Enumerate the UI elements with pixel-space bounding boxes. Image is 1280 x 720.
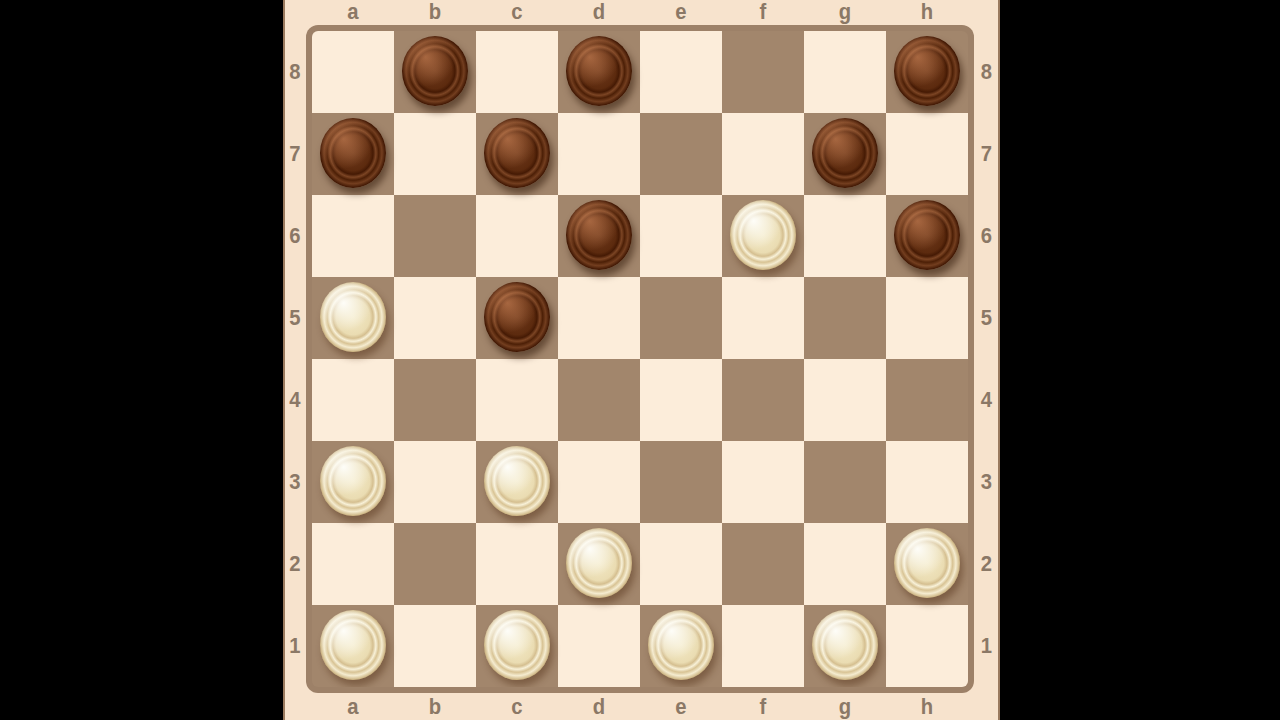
square-h5[interactable] <box>886 277 968 359</box>
square-a4[interactable] <box>312 359 394 441</box>
square-d8[interactable] <box>558 31 640 113</box>
checker-light-man[interactable] <box>320 610 386 680</box>
square-c7[interactable] <box>476 113 558 195</box>
checker-dark-man[interactable] <box>566 36 632 106</box>
square-b1[interactable] <box>394 605 476 687</box>
square-a1[interactable] <box>312 605 394 687</box>
coordinate-label: a <box>315 693 390 720</box>
checker-dark-man[interactable] <box>402 36 468 106</box>
square-f1[interactable] <box>722 605 804 687</box>
square-g1[interactable] <box>804 605 886 687</box>
square-e6[interactable] <box>640 195 722 277</box>
checker-light-man[interactable] <box>566 528 632 598</box>
coordinate-label: d <box>561 693 636 720</box>
square-f4[interactable] <box>722 359 804 441</box>
square-g4[interactable] <box>804 359 886 441</box>
square-c5[interactable] <box>476 277 558 359</box>
square-g3[interactable] <box>804 441 886 523</box>
coordinate-label: 6 <box>285 195 305 277</box>
coordinate-label: b <box>397 693 472 720</box>
checker-light-man[interactable] <box>484 446 550 516</box>
square-f7[interactable] <box>722 113 804 195</box>
square-e7[interactable] <box>640 113 722 195</box>
square-a3[interactable] <box>312 441 394 523</box>
checker-light-man[interactable] <box>730 200 796 270</box>
square-h4[interactable] <box>886 359 968 441</box>
square-g7[interactable] <box>804 113 886 195</box>
square-h7[interactable] <box>886 113 968 195</box>
square-b4[interactable] <box>394 359 476 441</box>
rank-labels-left: 87654321 <box>284 31 306 687</box>
square-h1[interactable] <box>886 605 968 687</box>
checker-dark-man[interactable] <box>894 36 960 106</box>
coordinate-label: f <box>725 0 800 25</box>
coordinate-label: 4 <box>976 359 997 441</box>
checker-light-man[interactable] <box>812 610 878 680</box>
square-h2[interactable] <box>886 523 968 605</box>
square-a7[interactable] <box>312 113 394 195</box>
square-b8[interactable] <box>394 31 476 113</box>
letterboxed-video-frame: abcdefgh abcdefgh 87654321 87654321 <box>0 0 1280 720</box>
rank-labels-right: 87654321 <box>975 31 998 687</box>
checker-dark-man[interactable] <box>484 282 550 352</box>
coordinate-label: 2 <box>285 523 305 605</box>
coordinate-label: h <box>889 0 964 25</box>
square-d1[interactable] <box>558 605 640 687</box>
coordinate-label: 7 <box>976 113 997 195</box>
file-labels-bottom: abcdefgh <box>312 693 968 720</box>
file-labels-top: abcdefgh <box>312 0 968 25</box>
square-e4[interactable] <box>640 359 722 441</box>
square-g2[interactable] <box>804 523 886 605</box>
square-c4[interactable] <box>476 359 558 441</box>
square-f5[interactable] <box>722 277 804 359</box>
square-c2[interactable] <box>476 523 558 605</box>
coordinate-label: 7 <box>285 113 305 195</box>
square-g8[interactable] <box>804 31 886 113</box>
checker-dark-man[interactable] <box>894 200 960 270</box>
checkers-board <box>312 31 968 687</box>
checker-dark-man[interactable] <box>566 200 632 270</box>
coordinate-label: 6 <box>976 195 997 277</box>
square-d2[interactable] <box>558 523 640 605</box>
checker-light-man[interactable] <box>484 610 550 680</box>
square-c8[interactable] <box>476 31 558 113</box>
coordinate-label: h <box>889 693 964 720</box>
coordinate-label: 5 <box>976 277 997 359</box>
square-h6[interactable] <box>886 195 968 277</box>
coordinate-label: d <box>561 0 636 25</box>
square-f2[interactable] <box>722 523 804 605</box>
coordinate-label: 1 <box>285 605 305 687</box>
checker-light-man[interactable] <box>320 282 386 352</box>
square-d5[interactable] <box>558 277 640 359</box>
square-f8[interactable] <box>722 31 804 113</box>
square-f6[interactable] <box>722 195 804 277</box>
square-a8[interactable] <box>312 31 394 113</box>
coordinate-label: 4 <box>285 359 305 441</box>
square-b2[interactable] <box>394 523 476 605</box>
board-border <box>306 25 974 693</box>
square-e8[interactable] <box>640 31 722 113</box>
coordinate-label: b <box>397 0 472 25</box>
square-c3[interactable] <box>476 441 558 523</box>
square-a5[interactable] <box>312 277 394 359</box>
coordinate-label: g <box>807 693 882 720</box>
coordinate-label: c <box>479 0 554 25</box>
coordinate-label: f <box>725 693 800 720</box>
checker-dark-man[interactable] <box>320 118 386 188</box>
square-d3[interactable] <box>558 441 640 523</box>
checker-dark-man[interactable] <box>812 118 878 188</box>
coordinate-label: 3 <box>976 441 997 523</box>
square-c6[interactable] <box>476 195 558 277</box>
coordinate-label: 2 <box>976 523 997 605</box>
coordinate-label: 3 <box>285 441 305 523</box>
square-h8[interactable] <box>886 31 968 113</box>
square-d6[interactable] <box>558 195 640 277</box>
square-h3[interactable] <box>886 441 968 523</box>
square-a2[interactable] <box>312 523 394 605</box>
square-e5[interactable] <box>640 277 722 359</box>
square-e3[interactable] <box>640 441 722 523</box>
square-e2[interactable] <box>640 523 722 605</box>
square-b3[interactable] <box>394 441 476 523</box>
checker-light-man[interactable] <box>648 610 714 680</box>
checker-light-man[interactable] <box>320 446 386 516</box>
coordinate-label: 5 <box>285 277 305 359</box>
square-b5[interactable] <box>394 277 476 359</box>
coordinate-label: e <box>643 0 718 25</box>
checker-light-man[interactable] <box>894 528 960 598</box>
coordinate-label: g <box>807 0 882 25</box>
checker-dark-man[interactable] <box>484 118 550 188</box>
coordinate-label: 8 <box>976 31 997 113</box>
coordinate-label: e <box>643 693 718 720</box>
square-g6[interactable] <box>804 195 886 277</box>
square-d7[interactable] <box>558 113 640 195</box>
square-c1[interactable] <box>476 605 558 687</box>
square-d4[interactable] <box>558 359 640 441</box>
coordinate-label: 1 <box>976 605 997 687</box>
square-b7[interactable] <box>394 113 476 195</box>
coordinate-label: 8 <box>285 31 305 113</box>
square-g5[interactable] <box>804 277 886 359</box>
square-f3[interactable] <box>722 441 804 523</box>
coordinate-label: a <box>315 0 390 25</box>
square-a6[interactable] <box>312 195 394 277</box>
coordinate-label: c <box>479 693 554 720</box>
square-e1[interactable] <box>640 605 722 687</box>
square-b6[interactable] <box>394 195 476 277</box>
